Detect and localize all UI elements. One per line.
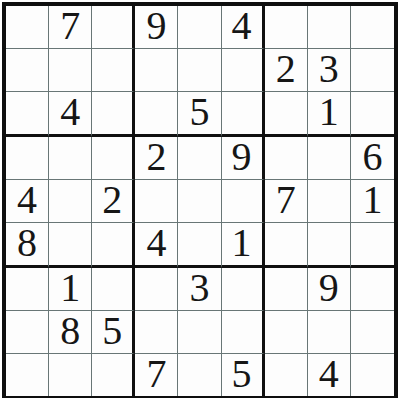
cell-r4c3[interactable]	[92, 137, 135, 180]
cell-r2c2[interactable]	[49, 49, 92, 92]
sudoku-board: 79423451296427184113985754	[2, 2, 398, 398]
cell-r9c4[interactable]: 7	[135, 354, 178, 396]
cell-r1c8[interactable]	[308, 6, 351, 49]
cell-r2c3[interactable]	[92, 49, 135, 92]
cell-r7c3[interactable]	[92, 268, 135, 311]
cell-r5c3[interactable]: 2	[92, 180, 135, 223]
cell-r2c9[interactable]	[351, 49, 394, 92]
cell-r5c4[interactable]	[135, 180, 178, 223]
cell-r3c4[interactable]	[135, 92, 178, 137]
cell-r3c9[interactable]	[351, 92, 394, 137]
cell-r1c1[interactable]	[6, 6, 49, 49]
cell-r9c3[interactable]	[92, 354, 135, 396]
cell-r4c8[interactable]	[308, 137, 351, 180]
cell-r9c1[interactable]	[6, 354, 49, 396]
cell-r8c5[interactable]	[178, 311, 221, 354]
cell-r2c1[interactable]	[6, 49, 49, 92]
cell-r2c7[interactable]: 2	[265, 49, 308, 92]
cell-r5c6[interactable]	[222, 180, 265, 223]
cell-r4c1[interactable]	[6, 137, 49, 180]
cell-r6c7[interactable]	[265, 223, 308, 268]
cell-r4c5[interactable]	[178, 137, 221, 180]
cell-r2c8[interactable]: 3	[308, 49, 351, 92]
cell-r4c6[interactable]: 9	[222, 137, 265, 180]
cell-r3c1[interactable]	[6, 92, 49, 137]
cell-r6c2[interactable]	[49, 223, 92, 268]
cell-r6c8[interactable]	[308, 223, 351, 268]
cell-r1c6[interactable]: 4	[222, 6, 265, 49]
cell-r6c6[interactable]: 1	[222, 223, 265, 268]
cell-r4c4[interactable]: 2	[135, 137, 178, 180]
cell-r4c2[interactable]	[49, 137, 92, 180]
cell-r8c7[interactable]	[265, 311, 308, 354]
sudoku-puzzle-image: 79423451296427184113985754	[0, 0, 400, 400]
cell-r6c3[interactable]	[92, 223, 135, 268]
cell-r5c7[interactable]: 7	[265, 180, 308, 223]
cell-r7c9[interactable]	[351, 268, 394, 311]
cell-r2c6[interactable]	[222, 49, 265, 92]
cell-r6c4[interactable]: 4	[135, 223, 178, 268]
cell-r8c2[interactable]: 8	[49, 311, 92, 354]
cell-r3c7[interactable]	[265, 92, 308, 137]
cell-r8c4[interactable]	[135, 311, 178, 354]
cell-r1c9[interactable]	[351, 6, 394, 49]
cell-r3c3[interactable]	[92, 92, 135, 137]
cell-r5c5[interactable]	[178, 180, 221, 223]
cell-r6c9[interactable]	[351, 223, 394, 268]
cell-r5c8[interactable]	[308, 180, 351, 223]
cell-r8c8[interactable]	[308, 311, 351, 354]
cell-r7c6[interactable]	[222, 268, 265, 311]
cell-r6c1[interactable]: 8	[6, 223, 49, 268]
cell-r3c6[interactable]	[222, 92, 265, 137]
cell-r4c7[interactable]	[265, 137, 308, 180]
cell-r8c3[interactable]: 5	[92, 311, 135, 354]
cell-r5c2[interactable]	[49, 180, 92, 223]
cell-r9c9[interactable]	[351, 354, 394, 396]
cell-r3c5[interactable]: 5	[178, 92, 221, 137]
cell-r7c8[interactable]: 9	[308, 268, 351, 311]
cell-r6c5[interactable]	[178, 223, 221, 268]
cell-r9c2[interactable]	[49, 354, 92, 396]
cell-r7c5[interactable]: 3	[178, 268, 221, 311]
cell-r8c6[interactable]	[222, 311, 265, 354]
cell-r1c7[interactable]	[265, 6, 308, 49]
cell-r1c3[interactable]	[92, 6, 135, 49]
cell-r1c2[interactable]: 7	[49, 6, 92, 49]
cell-r7c7[interactable]	[265, 268, 308, 311]
cell-r5c1[interactable]: 4	[6, 180, 49, 223]
cell-r7c4[interactable]	[135, 268, 178, 311]
cell-r1c5[interactable]	[178, 6, 221, 49]
cell-r4c9[interactable]: 6	[351, 137, 394, 180]
cell-r1c4[interactable]: 9	[135, 6, 178, 49]
cell-r9c6[interactable]: 5	[222, 354, 265, 396]
cell-r2c4[interactable]	[135, 49, 178, 92]
cell-r9c7[interactable]	[265, 354, 308, 396]
cell-r3c2[interactable]: 4	[49, 92, 92, 137]
cell-r8c1[interactable]	[6, 311, 49, 354]
cell-r5c9[interactable]: 1	[351, 180, 394, 223]
cell-r7c2[interactable]: 1	[49, 268, 92, 311]
cell-r8c9[interactable]	[351, 311, 394, 354]
cell-r7c1[interactable]	[6, 268, 49, 311]
cell-r2c5[interactable]	[178, 49, 221, 92]
cell-r9c5[interactable]	[178, 354, 221, 396]
cell-r9c8[interactable]: 4	[308, 354, 351, 396]
cell-r3c8[interactable]: 1	[308, 92, 351, 137]
